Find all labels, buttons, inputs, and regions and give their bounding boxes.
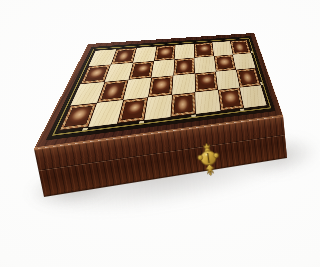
board-square-d1: [144, 95, 172, 121]
coordinate-tab: [251, 51, 253, 54]
board-square-e1: [170, 92, 195, 117]
product-photo-stage: [0, 0, 320, 267]
board-square-f1: [195, 90, 220, 114]
brass-clasp-icon: [193, 140, 224, 177]
